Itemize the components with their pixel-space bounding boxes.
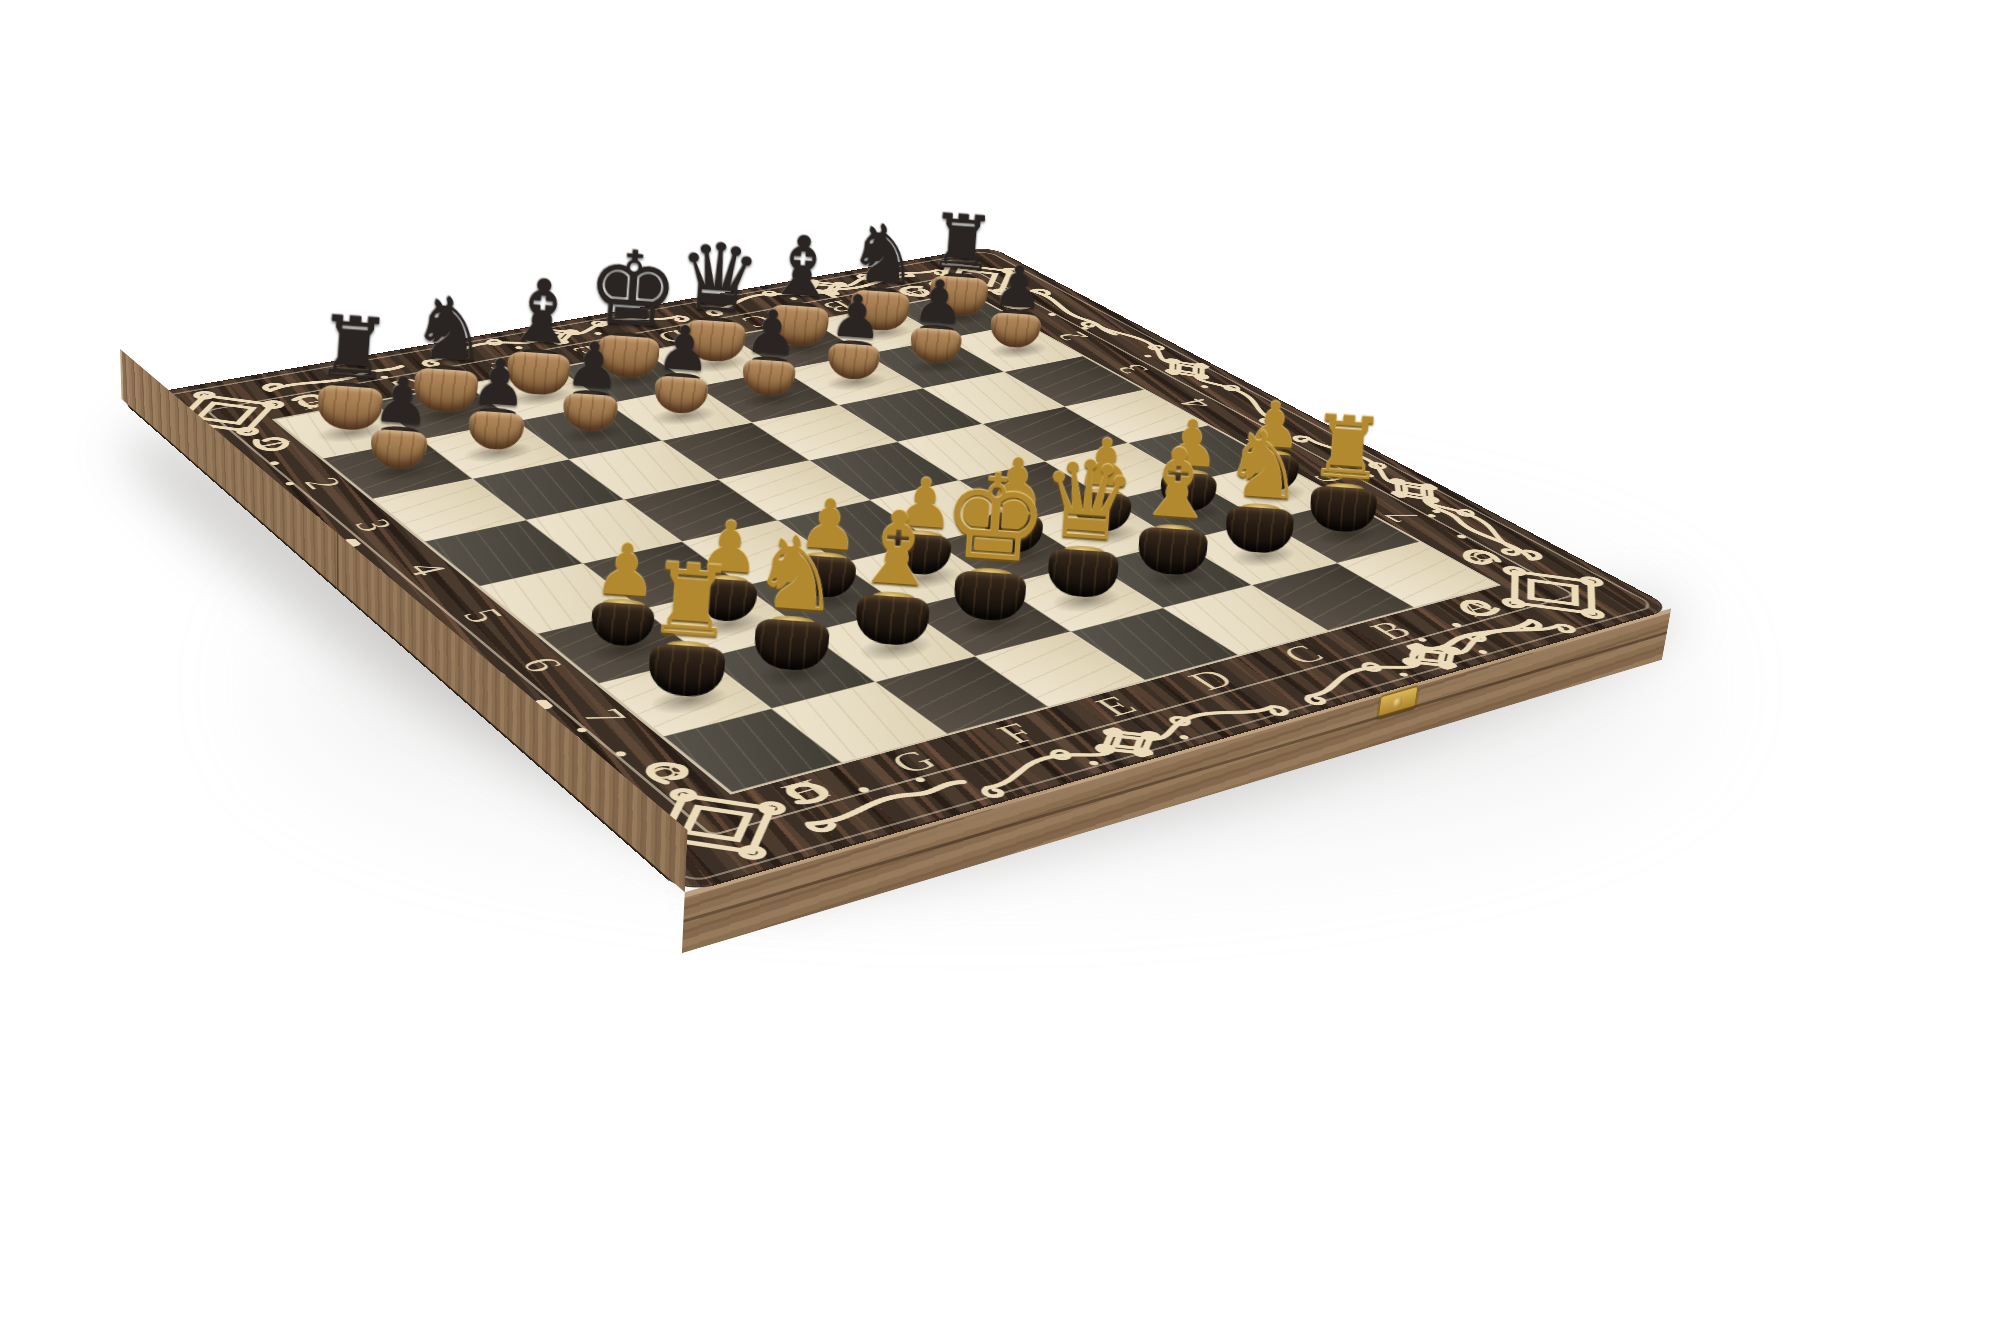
- black-pawn-glyph: ♟: [371, 370, 432, 433]
- piece-black-pawn-h2: ♟: [338, 368, 465, 473]
- dark-wood-base: [953, 570, 1027, 622]
- dark-wood-base: [753, 618, 830, 672]
- dark-wood-base: [647, 643, 726, 698]
- square-c8: [1163, 585, 1328, 655]
- scene-tilt: HGFEDCBAHGFEDCBA1234567812345678 ♜♞♝♛♚♝♞…: [0, 0, 2000, 1333]
- square-h3: [373, 479, 527, 542]
- piece-gold-rook-h7: ♜: [616, 551, 762, 701]
- product-photo-canvas: { "game": "chess", "scene": "Product pho…: [0, 0, 2000, 1333]
- dark-wood-base: [1047, 548, 1120, 599]
- square-e8: [975, 632, 1145, 707]
- dark-wood-base: [855, 594, 931, 647]
- oak-base: [369, 429, 428, 471]
- square-d8: [1071, 608, 1238, 680]
- gold-knight-glyph: ♞: [748, 525, 845, 624]
- brass-latch: [1377, 685, 1419, 720]
- gold-rook-glyph: ♜: [644, 553, 738, 649]
- square-f8: [875, 656, 1048, 734]
- chess-board-top: HGFEDCBAHGFEDCBA1234567812345678 ♜♞♝♛♚♝♞…: [122, 247, 1672, 892]
